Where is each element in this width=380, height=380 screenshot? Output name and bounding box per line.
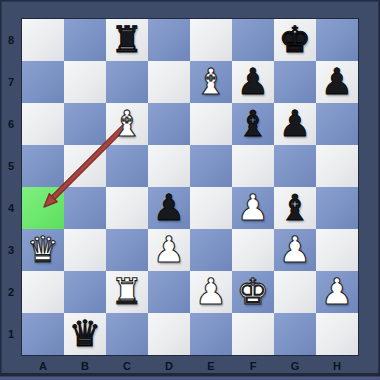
board-frame: 87654321 ABCDEFGH ♜♚♝♟♟♝♝♟♟♟♝♛♟♟♜♟♚♟♛ bbox=[0, 0, 380, 380]
square-e3[interactable] bbox=[190, 229, 232, 271]
square-f6[interactable]: ♝ bbox=[232, 103, 274, 145]
black-bishop[interactable]: ♝ bbox=[279, 187, 311, 229]
square-b4[interactable] bbox=[64, 187, 106, 229]
square-f4[interactable]: ♟ bbox=[232, 187, 274, 229]
black-pawn[interactable]: ♟ bbox=[321, 61, 353, 103]
square-a5[interactable] bbox=[22, 145, 64, 187]
rank-label-2: 2 bbox=[0, 271, 22, 313]
square-b3[interactable] bbox=[64, 229, 106, 271]
square-e6[interactable] bbox=[190, 103, 232, 145]
file-label-C: C bbox=[106, 355, 148, 376]
square-f7[interactable]: ♟ bbox=[232, 61, 274, 103]
square-g4[interactable]: ♝ bbox=[274, 187, 316, 229]
square-a1[interactable] bbox=[22, 313, 64, 355]
file-label-B: B bbox=[64, 355, 106, 376]
square-g1[interactable] bbox=[274, 313, 316, 355]
file-label-F: F bbox=[232, 355, 274, 376]
square-c5[interactable] bbox=[106, 145, 148, 187]
square-b6[interactable] bbox=[64, 103, 106, 145]
black-pawn[interactable]: ♟ bbox=[237, 61, 269, 103]
white-pawn[interactable]: ♟ bbox=[153, 229, 185, 271]
square-h4[interactable] bbox=[316, 187, 358, 229]
square-f2[interactable]: ♚ bbox=[232, 271, 274, 313]
black-king[interactable]: ♚ bbox=[279, 19, 311, 61]
square-a2[interactable] bbox=[22, 271, 64, 313]
square-h1[interactable] bbox=[316, 313, 358, 355]
white-queen[interactable]: ♛ bbox=[27, 229, 59, 271]
square-e7[interactable]: ♝ bbox=[190, 61, 232, 103]
square-e1[interactable] bbox=[190, 313, 232, 355]
chess-board: ♜♚♝♟♟♝♝♟♟♟♝♛♟♟♜♟♚♟♛ bbox=[22, 19, 358, 355]
square-h7[interactable]: ♟ bbox=[316, 61, 358, 103]
square-c1[interactable] bbox=[106, 313, 148, 355]
black-pawn[interactable]: ♟ bbox=[279, 103, 311, 145]
square-a8[interactable] bbox=[22, 19, 64, 61]
square-d5[interactable] bbox=[148, 145, 190, 187]
square-c4[interactable] bbox=[106, 187, 148, 229]
square-f5[interactable] bbox=[232, 145, 274, 187]
square-d1[interactable] bbox=[148, 313, 190, 355]
square-h2[interactable]: ♟ bbox=[316, 271, 358, 313]
square-a4[interactable] bbox=[22, 187, 64, 229]
square-g3[interactable]: ♟ bbox=[274, 229, 316, 271]
square-d7[interactable] bbox=[148, 61, 190, 103]
white-pawn[interactable]: ♟ bbox=[237, 187, 269, 229]
square-c8[interactable]: ♜ bbox=[106, 19, 148, 61]
square-d8[interactable] bbox=[148, 19, 190, 61]
white-bishop[interactable]: ♝ bbox=[195, 61, 227, 103]
file-label-A: A bbox=[22, 355, 64, 376]
square-c2[interactable]: ♜ bbox=[106, 271, 148, 313]
rank-label-1: 1 bbox=[0, 313, 22, 355]
square-f3[interactable] bbox=[232, 229, 274, 271]
black-bishop[interactable]: ♝ bbox=[237, 103, 269, 145]
square-b5[interactable] bbox=[64, 145, 106, 187]
square-b8[interactable] bbox=[64, 19, 106, 61]
rank-label-4: 4 bbox=[0, 187, 22, 229]
white-rook[interactable]: ♜ bbox=[111, 271, 143, 313]
file-label-G: G bbox=[274, 355, 316, 376]
rank-label-3: 3 bbox=[0, 229, 22, 271]
square-g7[interactable] bbox=[274, 61, 316, 103]
square-c6[interactable]: ♝ bbox=[106, 103, 148, 145]
black-queen[interactable]: ♛ bbox=[69, 313, 101, 355]
square-g6[interactable]: ♟ bbox=[274, 103, 316, 145]
square-e5[interactable] bbox=[190, 145, 232, 187]
square-h3[interactable] bbox=[316, 229, 358, 271]
file-label-E: E bbox=[190, 355, 232, 376]
white-pawn[interactable]: ♟ bbox=[321, 271, 353, 313]
square-a6[interactable] bbox=[22, 103, 64, 145]
rank-label-5: 5 bbox=[0, 145, 22, 187]
white-bishop[interactable]: ♝ bbox=[111, 103, 143, 145]
black-rook[interactable]: ♜ bbox=[111, 19, 143, 61]
square-f1[interactable] bbox=[232, 313, 274, 355]
square-d3[interactable]: ♟ bbox=[148, 229, 190, 271]
white-pawn[interactable]: ♟ bbox=[279, 229, 311, 271]
file-label-D: D bbox=[148, 355, 190, 376]
square-h8[interactable] bbox=[316, 19, 358, 61]
white-king[interactable]: ♚ bbox=[237, 271, 269, 313]
square-e2[interactable]: ♟ bbox=[190, 271, 232, 313]
black-pawn[interactable]: ♟ bbox=[153, 187, 185, 229]
square-d4[interactable]: ♟ bbox=[148, 187, 190, 229]
file-labels: ABCDEFGH bbox=[22, 355, 358, 376]
square-d6[interactable] bbox=[148, 103, 190, 145]
square-g8[interactable]: ♚ bbox=[274, 19, 316, 61]
square-h5[interactable] bbox=[316, 145, 358, 187]
square-b1[interactable]: ♛ bbox=[64, 313, 106, 355]
rank-label-7: 7 bbox=[0, 61, 22, 103]
square-b7[interactable] bbox=[64, 61, 106, 103]
rank-label-8: 8 bbox=[0, 19, 22, 61]
square-c3[interactable] bbox=[106, 229, 148, 271]
square-a3[interactable]: ♛ bbox=[22, 229, 64, 271]
square-f8[interactable] bbox=[232, 19, 274, 61]
square-g5[interactable] bbox=[274, 145, 316, 187]
square-h6[interactable] bbox=[316, 103, 358, 145]
square-a7[interactable] bbox=[22, 61, 64, 103]
rank-labels: 87654321 bbox=[0, 19, 22, 355]
file-label-H: H bbox=[316, 355, 358, 376]
square-b2[interactable] bbox=[64, 271, 106, 313]
square-e4[interactable] bbox=[190, 187, 232, 229]
square-d2[interactable] bbox=[148, 271, 190, 313]
square-e8[interactable] bbox=[190, 19, 232, 61]
square-c7[interactable] bbox=[106, 61, 148, 103]
square-g2[interactable] bbox=[274, 271, 316, 313]
rank-label-6: 6 bbox=[0, 103, 22, 145]
white-pawn[interactable]: ♟ bbox=[195, 271, 227, 313]
